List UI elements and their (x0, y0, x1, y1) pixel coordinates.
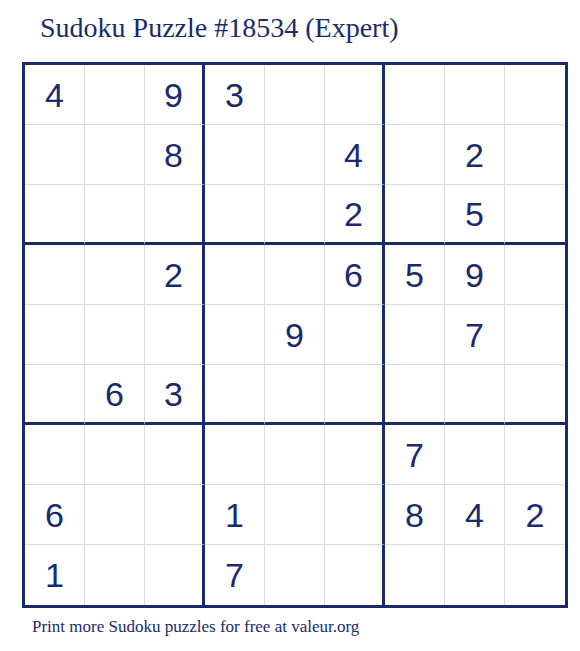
cell-r6c9[interactable] (505, 365, 565, 425)
cell-r6c6[interactable] (325, 365, 385, 425)
cell-r1c6[interactable] (325, 65, 385, 125)
cell-r3c8[interactable]: 5 (445, 185, 505, 245)
cell-r3c3[interactable] (145, 185, 205, 245)
cell-r6c2[interactable]: 6 (85, 365, 145, 425)
cell-r1c2[interactable] (85, 65, 145, 125)
cell-r8c9[interactable]: 2 (505, 485, 565, 545)
cell-r7c7[interactable]: 7 (385, 425, 445, 485)
cell-r5c3[interactable] (145, 305, 205, 365)
cell-r4c1[interactable] (25, 245, 85, 305)
cell-r8c2[interactable] (85, 485, 145, 545)
cell-r4c7[interactable]: 5 (385, 245, 445, 305)
cell-r2c7[interactable] (385, 125, 445, 185)
cell-r4c6[interactable]: 6 (325, 245, 385, 305)
cell-r7c4[interactable] (205, 425, 265, 485)
cell-r8c3[interactable] (145, 485, 205, 545)
cell-r6c7[interactable] (385, 365, 445, 425)
cell-r3c2[interactable] (85, 185, 145, 245)
cell-r6c8[interactable] (445, 365, 505, 425)
cell-r8c7[interactable]: 8 (385, 485, 445, 545)
cell-r7c3[interactable] (145, 425, 205, 485)
cell-r8c8[interactable]: 4 (445, 485, 505, 545)
cell-r2c8[interactable]: 2 (445, 125, 505, 185)
cell-r7c6[interactable] (325, 425, 385, 485)
cell-r3c1[interactable] (25, 185, 85, 245)
cell-r5c2[interactable] (85, 305, 145, 365)
cell-r4c2[interactable] (85, 245, 145, 305)
cell-r8c1[interactable]: 6 (25, 485, 85, 545)
cell-r9c3[interactable] (145, 545, 205, 605)
cell-r9c4[interactable]: 7 (205, 545, 265, 605)
sudoku-board: 493842252659976376184217 (22, 62, 568, 608)
cell-r5c6[interactable] (325, 305, 385, 365)
cell-r4c3[interactable]: 2 (145, 245, 205, 305)
cell-r7c9[interactable] (505, 425, 565, 485)
cell-r8c6[interactable] (325, 485, 385, 545)
cell-r1c1[interactable]: 4 (25, 65, 85, 125)
cell-r9c9[interactable] (505, 545, 565, 605)
cell-r6c5[interactable] (265, 365, 325, 425)
cell-r5c1[interactable] (25, 305, 85, 365)
cell-r2c4[interactable] (205, 125, 265, 185)
cell-r2c9[interactable] (505, 125, 565, 185)
cell-r9c8[interactable] (445, 545, 505, 605)
footer-text: Print more Sudoku puzzles for free at va… (32, 617, 359, 637)
cell-r1c3[interactable]: 9 (145, 65, 205, 125)
cell-r4c5[interactable] (265, 245, 325, 305)
cell-r1c8[interactable] (445, 65, 505, 125)
cell-r5c8[interactable]: 7 (445, 305, 505, 365)
cell-r7c5[interactable] (265, 425, 325, 485)
cell-r6c4[interactable] (205, 365, 265, 425)
cell-r9c6[interactable] (325, 545, 385, 605)
cell-r9c1[interactable]: 1 (25, 545, 85, 605)
cell-r2c2[interactable] (85, 125, 145, 185)
cell-r2c6[interactable]: 4 (325, 125, 385, 185)
cell-r1c5[interactable] (265, 65, 325, 125)
cell-r2c3[interactable]: 8 (145, 125, 205, 185)
cell-r9c2[interactable] (85, 545, 145, 605)
cell-r1c4[interactable]: 3 (205, 65, 265, 125)
cell-r1c7[interactable] (385, 65, 445, 125)
cell-r8c5[interactable] (265, 485, 325, 545)
page-title: Sudoku Puzzle #18534 (Expert) (40, 12, 399, 44)
cell-r5c4[interactable] (205, 305, 265, 365)
cell-r7c1[interactable] (25, 425, 85, 485)
cell-r4c4[interactable] (205, 245, 265, 305)
cell-r3c7[interactable] (385, 185, 445, 245)
cell-r6c1[interactable] (25, 365, 85, 425)
sudoku-page: Sudoku Puzzle #18534 (Expert) 4938422526… (0, 0, 580, 651)
cell-r9c7[interactable] (385, 545, 445, 605)
cell-r3c9[interactable] (505, 185, 565, 245)
cell-r9c5[interactable] (265, 545, 325, 605)
cell-r7c8[interactable] (445, 425, 505, 485)
cell-r4c8[interactable]: 9 (445, 245, 505, 305)
cell-r3c6[interactable]: 2 (325, 185, 385, 245)
cell-r7c2[interactable] (85, 425, 145, 485)
cell-r8c4[interactable]: 1 (205, 485, 265, 545)
cell-r1c9[interactable] (505, 65, 565, 125)
cell-r3c4[interactable] (205, 185, 265, 245)
cell-r5c7[interactable] (385, 305, 445, 365)
cell-r4c9[interactable] (505, 245, 565, 305)
cell-r5c9[interactable] (505, 305, 565, 365)
cell-r2c5[interactable] (265, 125, 325, 185)
cell-r5c5[interactable]: 9 (265, 305, 325, 365)
cell-r6c3[interactable]: 3 (145, 365, 205, 425)
cell-r3c5[interactable] (265, 185, 325, 245)
cell-r2c1[interactable] (25, 125, 85, 185)
